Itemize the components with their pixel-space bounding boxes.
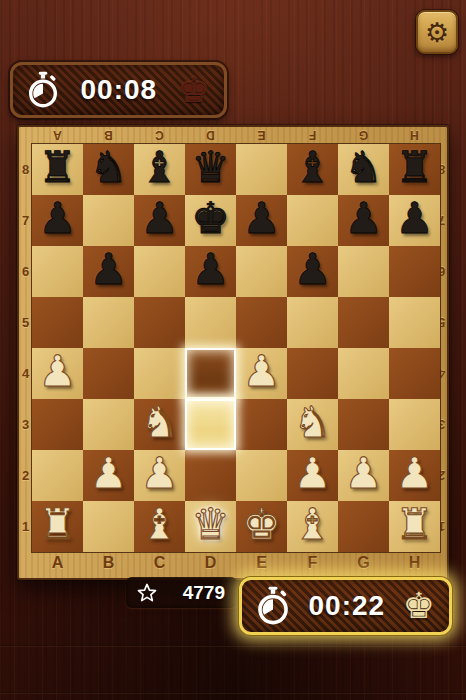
coordinate-label: B [83,548,134,578]
white-queen-d1[interactable]: ♛ [191,503,230,546]
coordinate-label: H [389,548,440,578]
square-f8[interactable]: ♝ [287,144,338,195]
coordinate-label: A [32,548,83,578]
black-queen-d8[interactable]: ♛ [191,146,230,189]
square-b2[interactable]: ♟ [83,450,134,501]
square-c3[interactable]: ♞ [134,399,185,450]
square-f7[interactable] [287,195,338,246]
wood-plank-seam [0,692,466,694]
score-panel: 4779 [126,577,237,608]
square-b1[interactable] [83,501,134,552]
square-g2[interactable]: ♟ [338,450,389,501]
square-d6[interactable]: ♟ [185,246,236,297]
square-d8[interactable]: ♛ [185,144,236,195]
board-grid: ♜♞♝♛♝♞♜♟♟♚♟♟♟♟♟♟♟♟♞♞♟♟♟♟♟♜♝♛♚♝♜ [32,144,440,552]
coordinate-label: G [338,548,389,578]
black-pawn-h7[interactable]: ♟ [395,197,434,240]
square-h6[interactable] [389,246,440,297]
square-f3[interactable]: ♞ [287,399,338,450]
square-c5[interactable] [134,297,185,348]
square-e3[interactable] [236,399,287,450]
white-pawn-c2[interactable]: ♟ [140,452,179,495]
white-pawn-a4[interactable]: ♟ [38,350,77,393]
stopwatch-icon [26,71,60,109]
white-pawn-g2[interactable]: ♟ [344,452,383,495]
square-e7[interactable]: ♟ [236,195,287,246]
white-king-e1[interactable]: ♚ [242,503,281,546]
coordinate-label: F [287,548,338,578]
square-c1[interactable]: ♝ [134,501,185,552]
square-c6[interactable] [134,246,185,297]
square-f1[interactable]: ♝ [287,501,338,552]
square-c2[interactable]: ♟ [134,450,185,501]
square-g3[interactable] [338,399,389,450]
square-b8[interactable]: ♞ [83,144,134,195]
wood-plank-seam [0,645,466,647]
black-pawn-g7[interactable]: ♟ [344,197,383,240]
square-h1[interactable]: ♜ [389,501,440,552]
square-a7[interactable]: ♟ [32,195,83,246]
square-b7[interactable] [83,195,134,246]
square-g8[interactable]: ♞ [338,144,389,195]
coordinate-label: E [236,548,287,578]
coordinate-label: 3 [19,399,32,450]
square-d1[interactable]: ♛ [185,501,236,552]
black-pawn-b6[interactable]: ♟ [89,248,128,291]
square-d3[interactable] [185,399,236,450]
square-b6[interactable]: ♟ [83,246,134,297]
square-h7[interactable]: ♟ [389,195,440,246]
white-pawn-h2[interactable]: ♟ [395,452,434,495]
square-c4[interactable] [134,348,185,399]
settings-button[interactable]: ⚙ [416,10,458,54]
white-rook-a1[interactable]: ♜ [38,503,77,546]
square-h8[interactable]: ♜ [389,144,440,195]
black-pawn-f6[interactable]: ♟ [293,248,332,291]
square-f2[interactable]: ♟ [287,450,338,501]
coordinate-label: 5 [19,297,32,348]
square-e6[interactable] [236,246,287,297]
file-labels-bottom: ABCDEFGH [32,548,440,578]
square-g1[interactable] [338,501,389,552]
rank-labels-left: 87654321 [19,144,32,552]
black-rook-a8[interactable]: ♜ [38,146,77,189]
square-b5[interactable] [83,297,134,348]
white-bishop-c1[interactable]: ♝ [140,503,179,546]
square-g6[interactable] [338,246,389,297]
black-rook-h8[interactable]: ♜ [395,146,434,189]
square-a5[interactable] [32,297,83,348]
black-bishop-c8[interactable]: ♝ [140,146,179,189]
coordinate-label: C [134,548,185,578]
square-h3[interactable] [389,399,440,450]
star-icon [136,582,158,604]
black-king-d7[interactable]: ♚ [191,197,230,240]
gear-icon: ⚙ [425,19,449,46]
square-e5[interactable] [236,297,287,348]
black-timer-value: 00:08 [60,74,178,106]
square-e2[interactable] [236,450,287,501]
black-pawn-e7[interactable]: ♟ [242,197,281,240]
square-a8[interactable]: ♜ [32,144,83,195]
stopwatch-icon [255,586,291,626]
square-d4[interactable] [185,348,236,399]
coordinate-label: 2 [19,450,32,501]
square-a2[interactable] [32,450,83,501]
black-knight-g8[interactable]: ♞ [344,146,383,189]
coordinate-label: 1 [19,501,32,552]
white-timer-value: 00:22 [291,590,403,622]
square-d7[interactable]: ♚ [185,195,236,246]
square-e8[interactable] [236,144,287,195]
square-f4[interactable] [287,348,338,399]
black-knight-b8[interactable]: ♞ [89,146,128,189]
white-king-icon: ♚ [403,588,435,624]
square-c8[interactable]: ♝ [134,144,185,195]
coordinate-label: E [236,127,287,144]
chess-board: 87654321 87654321 ABCDEFGH ABCDEFGH ♜♞♝♛… [17,125,449,580]
coordinate-label: 8 [19,144,32,195]
black-pawn-d6[interactable]: ♟ [191,248,230,291]
white-pawn-f2[interactable]: ♟ [293,452,332,495]
square-b4[interactable] [83,348,134,399]
square-h2[interactable]: ♟ [389,450,440,501]
white-timer-panel: 00:22 ♚ [239,577,452,635]
square-g7[interactable]: ♟ [338,195,389,246]
square-g5[interactable] [338,297,389,348]
coordinate-label: 6 [19,246,32,297]
square-f6[interactable]: ♟ [287,246,338,297]
white-rook-h1[interactable]: ♜ [395,503,434,546]
black-pawn-c7[interactable]: ♟ [140,197,179,240]
white-pawn-b2[interactable]: ♟ [89,452,128,495]
coordinate-label: 4 [19,348,32,399]
square-a6[interactable] [32,246,83,297]
coordinate-label: 7 [19,195,32,246]
white-knight-c3[interactable]: ♞ [140,401,179,444]
square-e1[interactable]: ♚ [236,501,287,552]
square-a3[interactable] [32,399,83,450]
square-b3[interactable] [83,399,134,450]
square-a4[interactable]: ♟ [32,348,83,399]
square-d2[interactable] [185,450,236,501]
white-pawn-e4[interactable]: ♟ [242,350,281,393]
square-c7[interactable]: ♟ [134,195,185,246]
square-a1[interactable]: ♜ [32,501,83,552]
square-h5[interactable] [389,297,440,348]
square-h4[interactable] [389,348,440,399]
black-timer-panel: 00:08 ♚ [10,62,227,118]
black-bishop-f8[interactable]: ♝ [293,146,332,189]
square-f5[interactable] [287,297,338,348]
white-bishop-f1[interactable]: ♝ [293,503,332,546]
white-knight-f3[interactable]: ♞ [293,401,332,444]
square-g4[interactable] [338,348,389,399]
square-e4[interactable]: ♟ [236,348,287,399]
square-d5[interactable] [185,297,236,348]
score-value: 4779 [158,582,225,604]
black-pawn-a7[interactable]: ♟ [38,197,77,240]
coordinate-label: D [185,548,236,578]
black-king-icon: ♚ [178,72,210,108]
